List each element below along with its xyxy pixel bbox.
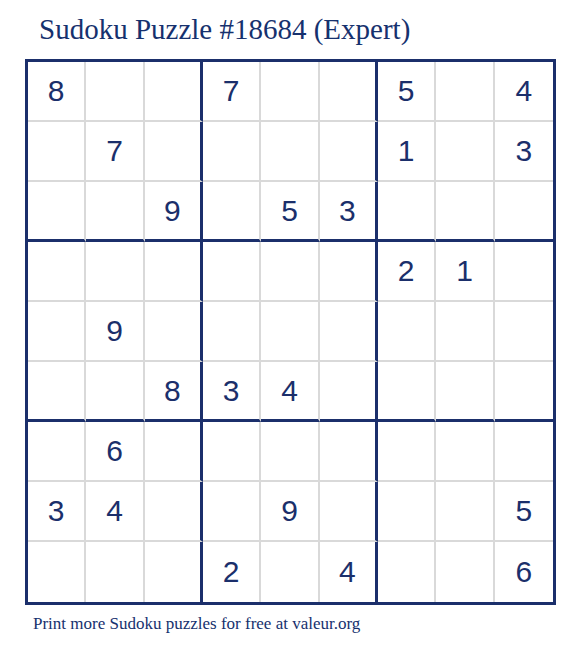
cell-r9c7-empty — [378, 542, 436, 602]
cell-r7c8-empty — [436, 422, 494, 482]
cell-r5c3-empty — [145, 302, 203, 362]
cell-r5c1-empty — [28, 302, 86, 362]
cell-r7c9-empty — [495, 422, 553, 482]
cell-r9c5-empty — [261, 542, 319, 602]
cell-r9c1-empty — [28, 542, 86, 602]
cell-r4c9-empty — [495, 242, 553, 302]
cell-r7c2-given: 6 — [86, 422, 144, 482]
cell-r5c9-empty — [495, 302, 553, 362]
cell-r7c3-empty — [145, 422, 203, 482]
cell-r4c6-empty — [320, 242, 378, 302]
cell-r3c3-given: 9 — [145, 182, 203, 242]
cell-r4c4-empty — [203, 242, 261, 302]
cell-r7c7-empty — [378, 422, 436, 482]
cell-r6c9-empty — [495, 362, 553, 422]
cell-r1c9-given: 4 — [495, 62, 553, 122]
cell-r6c6-empty — [320, 362, 378, 422]
cell-r5c6-empty — [320, 302, 378, 362]
sudoku-page: Sudoku Puzzle #18684 (Expert) 8754713953… — [0, 0, 580, 651]
cell-r1c6-empty — [320, 62, 378, 122]
cell-r4c8-given: 1 — [436, 242, 494, 302]
cell-r3c2-empty — [86, 182, 144, 242]
cell-r4c2-empty — [86, 242, 144, 302]
cell-r6c7-empty — [378, 362, 436, 422]
cell-r8c1-given: 3 — [28, 482, 86, 542]
cell-r8c7-empty — [378, 482, 436, 542]
cell-r2c8-empty — [436, 122, 494, 182]
cell-r2c9-given: 3 — [495, 122, 553, 182]
cell-r6c5-given: 4 — [261, 362, 319, 422]
cell-r9c8-empty — [436, 542, 494, 602]
cell-r4c1-empty — [28, 242, 86, 302]
cell-r5c4-empty — [203, 302, 261, 362]
cell-r8c3-empty — [145, 482, 203, 542]
cell-r5c7-empty — [378, 302, 436, 362]
cell-r8c4-empty — [203, 482, 261, 542]
cell-r7c1-empty — [28, 422, 86, 482]
cell-r2c6-empty — [320, 122, 378, 182]
cell-r3c5-given: 5 — [261, 182, 319, 242]
cell-r6c4-given: 3 — [203, 362, 261, 422]
page-title: Sudoku Puzzle #18684 (Expert) — [39, 13, 410, 46]
cell-r7c4-empty — [203, 422, 261, 482]
cell-r6c2-empty — [86, 362, 144, 422]
cell-r3c8-empty — [436, 182, 494, 242]
cell-r8c9-given: 5 — [495, 482, 553, 542]
cell-r1c1-given: 8 — [28, 62, 86, 122]
cell-r1c2-empty — [86, 62, 144, 122]
cell-r2c1-empty — [28, 122, 86, 182]
cell-r8c5-given: 9 — [261, 482, 319, 542]
cell-r2c5-empty — [261, 122, 319, 182]
cell-r2c2-given: 7 — [86, 122, 144, 182]
cell-r7c6-empty — [320, 422, 378, 482]
cell-r3c6-given: 3 — [320, 182, 378, 242]
cell-r9c6-given: 4 — [320, 542, 378, 602]
cell-r7c5-empty — [261, 422, 319, 482]
cell-r8c6-empty — [320, 482, 378, 542]
cell-r4c5-empty — [261, 242, 319, 302]
cell-r9c2-empty — [86, 542, 144, 602]
cell-r9c4-given: 2 — [203, 542, 261, 602]
cell-r8c8-empty — [436, 482, 494, 542]
cell-r2c4-empty — [203, 122, 261, 182]
cell-r5c8-empty — [436, 302, 494, 362]
cell-r4c7-given: 2 — [378, 242, 436, 302]
sudoku-grid: 875471395321983463495246 — [25, 59, 556, 605]
cell-r9c3-empty — [145, 542, 203, 602]
cell-r2c7-given: 1 — [378, 122, 436, 182]
cell-r3c1-empty — [28, 182, 86, 242]
cell-r5c2-given: 9 — [86, 302, 144, 362]
cell-r3c9-empty — [495, 182, 553, 242]
cell-r6c3-given: 8 — [145, 362, 203, 422]
cell-r3c4-empty — [203, 182, 261, 242]
cell-r1c4-given: 7 — [203, 62, 261, 122]
cell-r5c5-empty — [261, 302, 319, 362]
cell-r1c5-empty — [261, 62, 319, 122]
cell-r3c7-empty — [378, 182, 436, 242]
cell-r6c1-empty — [28, 362, 86, 422]
cell-r6c8-empty — [436, 362, 494, 422]
cell-r1c3-empty — [145, 62, 203, 122]
cell-r1c7-given: 5 — [378, 62, 436, 122]
cell-r1c8-empty — [436, 62, 494, 122]
cell-r8c2-given: 4 — [86, 482, 144, 542]
cell-r4c3-empty — [145, 242, 203, 302]
footer-text: Print more Sudoku puzzles for free at va… — [33, 614, 360, 634]
cell-r2c3-empty — [145, 122, 203, 182]
cell-r9c9-given: 6 — [495, 542, 553, 602]
